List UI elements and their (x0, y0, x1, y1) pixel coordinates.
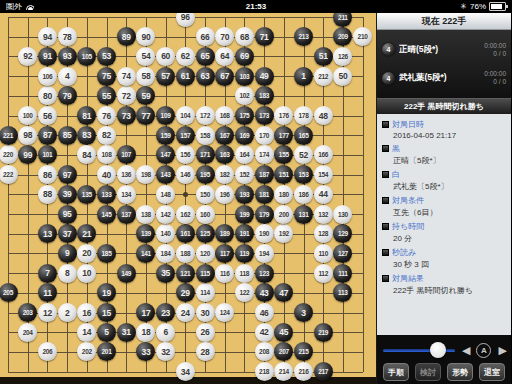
stone: 102 (235, 86, 254, 105)
stone: 168 (215, 106, 234, 125)
white-player-clock: 0:00:00 0 / 0 (484, 70, 506, 86)
stone: 118 (235, 264, 254, 283)
stone: 154 (314, 165, 333, 184)
stone: 113 (333, 283, 352, 302)
auto-play-button[interactable]: A (476, 343, 491, 358)
stone: 5 (97, 323, 116, 342)
stone: 81 (77, 106, 96, 125)
stone: 112 (314, 264, 333, 283)
stone: 49 (255, 67, 274, 86)
game-info-list: 対局日時 2016-04-05 21:17 黒 正晴〔5段*〕 白 武礼葉〔5段… (377, 114, 511, 335)
stone: 151 (274, 165, 293, 184)
status-bar: 圏外 21:53 ✳ 76% (0, 0, 512, 13)
stone: 70 (215, 27, 234, 46)
stone: 3 (294, 303, 313, 322)
stone: 103 (235, 67, 254, 86)
stone: 100 (18, 106, 37, 125)
battery-icon (489, 2, 506, 11)
stone: 132 (314, 205, 333, 224)
battery-percent: 76% (470, 2, 486, 11)
stone: 163 (215, 145, 234, 164)
stone: 116 (215, 264, 234, 283)
stone: 162 (176, 205, 195, 224)
stone: 52 (294, 145, 313, 164)
stone: 139 (136, 224, 155, 243)
stone: 127 (333, 244, 352, 263)
stone: 91 (38, 47, 57, 66)
stone: 165 (294, 126, 313, 145)
stone: 191 (235, 224, 254, 243)
stone: 181 (255, 185, 274, 204)
stone: 128 (314, 224, 333, 243)
moves-button[interactable]: 手順 (383, 363, 409, 381)
stone: 173 (255, 106, 274, 125)
stone: 121 (176, 264, 195, 283)
stone: 150 (196, 185, 215, 204)
stone: 157 (176, 126, 195, 145)
stone: 11 (38, 283, 57, 302)
stone: 170 (255, 126, 274, 145)
stone: 200 (274, 205, 293, 224)
prev-move-button[interactable]: ◀ (462, 345, 470, 356)
stone: 101 (38, 145, 57, 164)
stone: 196 (215, 185, 234, 204)
stone: 183 (255, 86, 274, 105)
stone: 96 (176, 13, 195, 27)
stone: 217 (314, 362, 333, 381)
stone: 208 (255, 342, 274, 361)
stone: 99 (18, 145, 37, 164)
bluetooth-icon: ✳ (460, 2, 467, 11)
stone: 79 (58, 86, 77, 105)
stone: 37 (58, 224, 77, 243)
info-item: 対局結果 222手 黒時間切れ勝ち (382, 273, 506, 296)
stone: 95 (58, 205, 77, 224)
list-bullet-icon (382, 121, 389, 128)
list-bullet-icon (382, 197, 389, 204)
white-capture-stone-icon: 4 (382, 72, 395, 85)
stone: 210 (353, 27, 372, 46)
stone: 207 (274, 342, 293, 361)
stone: 51 (314, 47, 333, 66)
stone: 57 (156, 67, 175, 86)
info-item: 白 武礼葉〔5段*〕 (382, 169, 506, 192)
stone: 187 (255, 165, 274, 184)
stone: 201 (97, 342, 116, 361)
stone: 145 (97, 205, 116, 224)
stone: 182 (215, 165, 234, 184)
stone: 202 (77, 342, 96, 361)
stone: 109 (156, 106, 175, 125)
stone: 75 (97, 67, 116, 86)
stone: 114 (196, 283, 215, 302)
stone: 110 (314, 244, 333, 263)
stone: 10 (77, 264, 96, 283)
stone: 74 (117, 67, 136, 86)
stone: 35 (156, 264, 175, 283)
info-item: 黒 正晴〔5段*〕 (382, 143, 506, 166)
stone: 43 (255, 283, 274, 302)
stone: 120 (196, 244, 215, 263)
info-item: 対局日時 2016-04-05 21:17 (382, 119, 506, 140)
stone: 2 (58, 303, 77, 322)
stone: 117 (215, 244, 234, 263)
stone: 125 (196, 224, 215, 243)
stone: 124 (215, 303, 234, 322)
stone: 115 (196, 264, 215, 283)
stone: 123 (255, 264, 274, 283)
stone: 12 (38, 303, 57, 322)
list-bullet-icon (382, 171, 389, 178)
stone: 185 (97, 244, 116, 263)
stone: 19 (97, 283, 116, 302)
stone: 194 (255, 244, 274, 263)
stone: 136 (117, 165, 136, 184)
stone: 20 (77, 244, 96, 263)
stone: 30 (196, 303, 215, 322)
stone: 64 (215, 47, 234, 66)
stone: 8 (58, 264, 77, 283)
carrier-label: 圏外 (6, 1, 22, 12)
stone: 16 (77, 303, 96, 322)
stone: 188 (176, 244, 195, 263)
stone: 153 (294, 165, 313, 184)
black-player-clock: 0:00:00 0 / 0 (484, 42, 506, 58)
stone: 222 (0, 165, 18, 184)
stone: 148 (156, 185, 175, 204)
stone: 56 (38, 106, 57, 125)
stone: 119 (235, 244, 254, 263)
stone: 73 (117, 106, 136, 125)
stone: 155 (274, 145, 293, 164)
stone: 193 (235, 185, 254, 204)
stone: 190 (255, 224, 274, 243)
stone: 135 (77, 185, 96, 204)
stone: 42 (255, 323, 274, 342)
app-screen: 圏外 21:53 ✳ 76% 1234567891011121314151617… (0, 0, 512, 384)
next-move-button[interactable]: ▶ (498, 345, 506, 356)
stone: 45 (274, 323, 293, 342)
black-capture-stone-icon: 4 (382, 43, 395, 56)
stone: 18 (136, 323, 155, 342)
move-slider[interactable] (383, 349, 455, 352)
stone: 131 (294, 205, 313, 224)
stone: 147 (156, 145, 175, 164)
current-move-header: 現在 222手 (377, 13, 511, 30)
stone: 161 (176, 224, 195, 243)
stone: 211 (333, 13, 352, 27)
stone: 142 (156, 205, 175, 224)
stone: 53 (97, 47, 116, 66)
wifi-icon (25, 3, 34, 10)
stone: 90 (136, 27, 155, 46)
info-item: 対局条件 互先（6目） (382, 195, 506, 218)
stone: 63 (196, 67, 215, 86)
stone: 46 (255, 303, 274, 322)
black-player-name: 正晴(5段*) (399, 44, 480, 56)
playback-controls: ◀ A ▶ 手順 検討 形勢 退室 (377, 335, 511, 384)
stone: 31 (117, 323, 136, 342)
stone: 80 (38, 86, 57, 105)
player-row-black: 4 正晴(5段*) 0:00:00 0 / 0 (382, 42, 506, 58)
stone: 107 (117, 145, 136, 164)
stone: 69 (235, 47, 254, 66)
stone: 141 (136, 244, 155, 263)
stone: 130 (333, 205, 352, 224)
stone: 55 (97, 86, 116, 105)
stone: 17 (136, 303, 155, 322)
stone: 167 (215, 126, 234, 145)
stone: 203 (18, 303, 37, 322)
stone: 86 (38, 165, 57, 184)
review-button[interactable]: 検討 (415, 363, 441, 381)
hoshi-point (183, 192, 188, 197)
evaluation-button[interactable]: 形勢 (447, 363, 473, 381)
stone: 77 (136, 106, 155, 125)
stone: 72 (117, 86, 136, 105)
result-header: 222手 黒時間切れ勝ち (377, 98, 511, 114)
stone: 84 (77, 145, 96, 164)
stone: 40 (97, 165, 116, 184)
stone: 89 (117, 27, 136, 46)
stone: 4 (58, 67, 77, 86)
stone: 82 (97, 126, 116, 145)
stone: 126 (333, 47, 352, 66)
stone: 76 (97, 106, 116, 125)
stone: 47 (274, 283, 293, 302)
stone: 138 (136, 205, 155, 224)
stone: 88 (38, 185, 57, 204)
stone: 13 (38, 224, 57, 243)
stone: 93 (58, 47, 77, 66)
stone: 54 (136, 47, 155, 66)
players-panel: 4 正晴(5段*) 0:00:00 0 / 0 4 武礼葉(5段*) 0:00:… (377, 30, 511, 98)
stone: 122 (235, 283, 254, 302)
stone: 1 (294, 67, 313, 86)
stone: 205 (0, 283, 18, 302)
stone: 146 (176, 165, 195, 184)
stone: 50 (333, 67, 352, 86)
stone: 179 (255, 205, 274, 224)
stone: 105 (77, 47, 96, 66)
stone: 129 (333, 224, 352, 243)
stone: 219 (314, 323, 333, 342)
stone: 143 (156, 165, 175, 184)
stone: 204 (18, 323, 37, 342)
stone: 166 (314, 145, 333, 164)
stone: 216 (294, 362, 313, 381)
stone: 83 (77, 126, 96, 145)
stone: 221 (0, 126, 18, 145)
stone: 92 (18, 47, 37, 66)
stone: 189 (215, 224, 234, 243)
stone: 164 (235, 145, 254, 164)
stone: 184 (156, 244, 175, 263)
stone: 58 (136, 67, 155, 86)
stone: 220 (0, 145, 18, 164)
stone: 67 (215, 67, 234, 86)
stone: 159 (156, 126, 175, 145)
stone: 14 (77, 323, 96, 342)
slider-thumb[interactable] (430, 342, 446, 358)
stone: 213 (294, 27, 313, 46)
stone: 23 (156, 303, 175, 322)
stone: 87 (38, 126, 57, 145)
stone: 177 (274, 126, 293, 145)
stone: 111 (333, 264, 352, 283)
white-player-name: 武礼葉(5段*) (399, 72, 480, 84)
list-bullet-icon (382, 249, 389, 256)
stone: 94 (38, 27, 57, 46)
stone: 48 (314, 106, 333, 125)
stone: 199 (235, 205, 254, 224)
go-board[interactable]: 1234567891011121314151617181920212324262… (0, 13, 377, 384)
stone: 149 (117, 264, 136, 283)
stone: 212 (314, 67, 333, 86)
list-bullet-icon (382, 275, 389, 282)
stone: 209 (333, 27, 352, 46)
stone: 28 (196, 342, 215, 361)
stone: 85 (58, 126, 77, 145)
stone: 59 (136, 86, 155, 105)
stone: 7 (38, 264, 57, 283)
stone: 218 (255, 362, 274, 381)
stone: 160 (196, 205, 215, 224)
stone: 174 (255, 145, 274, 164)
stone: 68 (235, 27, 254, 46)
stone: 32 (156, 342, 175, 361)
stone: 180 (274, 185, 293, 204)
stone: 24 (176, 303, 195, 322)
stone: 152 (235, 165, 254, 184)
stone: 198 (136, 165, 155, 184)
stone: 34 (176, 362, 195, 381)
stone: 15 (97, 303, 116, 322)
stone: 61 (176, 67, 195, 86)
stone: 66 (196, 27, 215, 46)
leave-room-button[interactable]: 退室 (479, 363, 505, 381)
list-bullet-icon (382, 145, 389, 152)
stone: 134 (117, 185, 136, 204)
stone: 65 (196, 47, 215, 66)
info-item: 持ち時間 20 分 (382, 221, 506, 244)
stone: 71 (255, 27, 274, 46)
clock: 21:53 (246, 2, 266, 11)
stone: 171 (196, 145, 215, 164)
stone: 26 (196, 323, 215, 342)
stone: 33 (136, 342, 155, 361)
list-bullet-icon (382, 223, 389, 230)
stone: 172 (196, 106, 215, 125)
stone: 215 (294, 342, 313, 361)
info-item: 秒読み 30 秒 3 回 (382, 247, 506, 270)
stone: 195 (196, 165, 215, 184)
stone: 78 (58, 27, 77, 46)
stone: 60 (156, 47, 175, 66)
stone: 62 (176, 47, 195, 66)
stone: 97 (58, 165, 77, 184)
stone: 6 (156, 323, 175, 342)
player-row-white: 4 武礼葉(5段*) 0:00:00 0 / 0 (382, 70, 506, 86)
stone: 104 (176, 106, 195, 125)
stone: 29 (176, 283, 195, 302)
stone: 98 (18, 126, 37, 145)
stone: 156 (176, 145, 195, 164)
stone: 108 (97, 145, 116, 164)
stone: 206 (38, 342, 57, 361)
stone: 176 (274, 106, 293, 125)
stone: 39 (58, 185, 77, 204)
stone: 21 (77, 224, 96, 243)
stone: 44 (314, 185, 333, 204)
stone: 186 (294, 185, 313, 204)
sidebar: 現在 222手 4 正晴(5段*) 0:00:00 0 / 0 4 武礼葉(5段… (377, 13, 511, 384)
stone: 175 (235, 106, 254, 125)
stone: 106 (38, 67, 57, 86)
stone: 192 (274, 224, 293, 243)
stone: 133 (97, 185, 116, 204)
stone: 169 (235, 126, 254, 145)
stone: 140 (156, 224, 175, 243)
stone: 158 (196, 126, 215, 145)
stone: 9 (58, 244, 77, 263)
stone: 178 (294, 106, 313, 125)
stone: 137 (117, 205, 136, 224)
